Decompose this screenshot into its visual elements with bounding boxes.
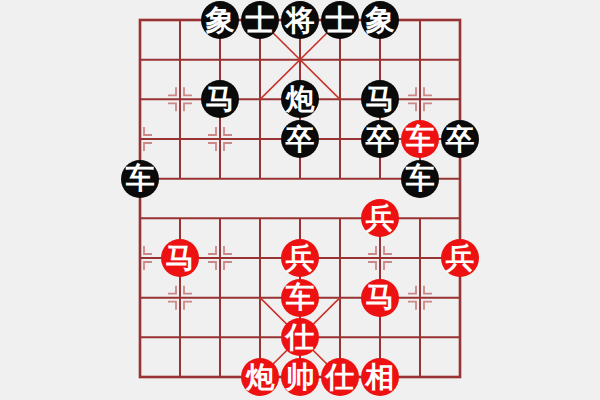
piece-red-general[interactable]: 帅 (281, 358, 319, 396)
piece-black-pawn-c4[interactable]: 卒 (281, 120, 319, 158)
piece-red-elephant[interactable]: 相 (361, 358, 399, 396)
piece-red-cannon[interactable]: 炮 (241, 358, 279, 396)
piece-red-chariot-center[interactable]: 车 (281, 279, 319, 317)
piece-red-advisor-right[interactable]: 仕 (321, 358, 359, 396)
piece-black-advisor-left[interactable]: 士 (241, 1, 279, 39)
piece-red-pawn-c6[interactable]: 兵 (361, 199, 399, 237)
piece-black-chariot-right[interactable]: 车 (401, 160, 439, 198)
piece-black-general[interactable]: 将 (281, 1, 319, 39)
piece-red-chariot-advanced[interactable]: 车 (401, 120, 439, 158)
pieces-layer: 象士将士象马炮马卒卒卒车车车兵马兵兵车马仕炮帅仕相 (0, 0, 600, 400)
piece-red-horse-right[interactable]: 马 (361, 279, 399, 317)
piece-black-cannon[interactable]: 炮 (281, 80, 319, 118)
piece-black-pawn-c6[interactable]: 卒 (361, 120, 399, 158)
piece-red-advisor-center[interactable]: 仕 (281, 318, 319, 356)
piece-red-pawn-c8[interactable]: 兵 (441, 239, 479, 277)
piece-red-pawn-c4[interactable]: 兵 (281, 239, 319, 277)
piece-black-elephant-left[interactable]: 象 (201, 1, 239, 39)
piece-black-horse-left[interactable]: 马 (201, 80, 239, 118)
piece-red-horse-left[interactable]: 马 (161, 239, 199, 277)
piece-black-elephant-right[interactable]: 象 (361, 1, 399, 39)
xiangqi-board-diagram: 象士将士象马炮马卒卒卒车车车兵马兵兵车马仕炮帅仕相 (0, 0, 600, 400)
piece-black-horse-right[interactable]: 马 (361, 80, 399, 118)
piece-black-pawn-c8[interactable]: 卒 (441, 120, 479, 158)
piece-black-advisor-right[interactable]: 士 (321, 1, 359, 39)
piece-black-chariot-left[interactable]: 车 (121, 160, 159, 198)
